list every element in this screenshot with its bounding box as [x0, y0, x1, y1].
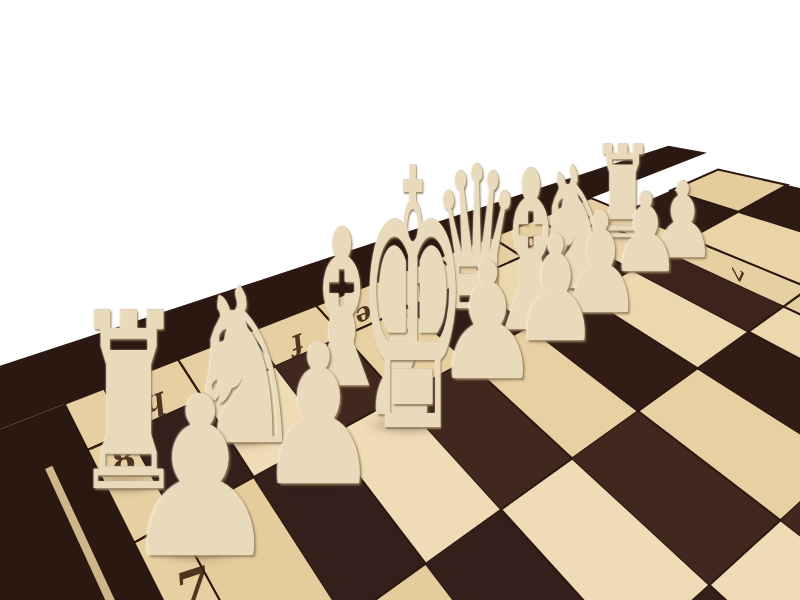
piece-white-pawn-h7[interactable]: ♟	[121, 367, 280, 589]
chess-set-photo: hgfedcba876876 ♜♞♝♚♛♝♞♜♟♟♟♟♟♟♟♟	[0, 0, 800, 600]
